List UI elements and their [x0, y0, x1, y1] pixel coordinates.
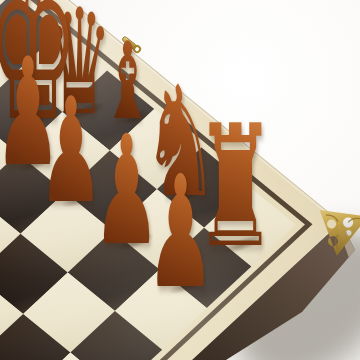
chessboard-photo-scene: ♛♚♝♟♞♟♟♜♟ — [0, 0, 360, 360]
